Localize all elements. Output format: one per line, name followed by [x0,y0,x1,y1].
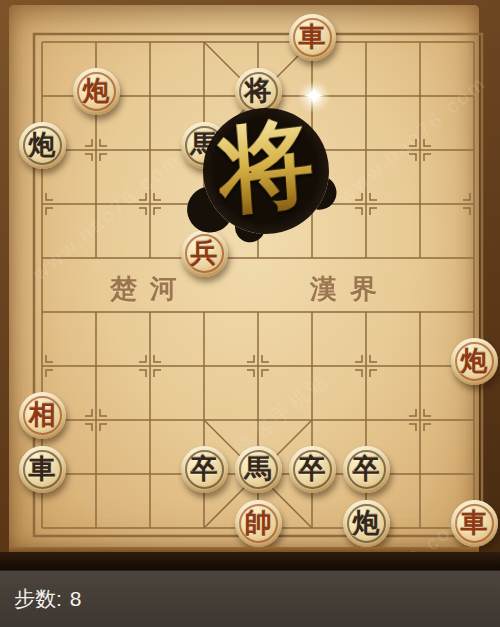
piece-炮-black[interactable]: 炮 [343,500,390,547]
piece-卒-black[interactable]: 卒 [289,446,336,493]
piece-glyph: 馬 [191,132,218,159]
piece-帥-red[interactable]: 帥 [235,500,282,547]
piece-馬-black[interactable]: 馬 [235,446,282,493]
piece-glyph: 炮 [29,132,56,159]
piece-glyph: 馬 [245,456,272,483]
piece-将-black[interactable]: 将 [235,68,282,115]
piece-炮-red[interactable]: 炮 [73,68,120,115]
piece-車-red[interactable]: 車 [451,500,498,547]
move-counter-label: 步数: [14,585,62,613]
status-bar: 步数: 8 [0,570,500,627]
piece-glyph: 炮 [83,78,110,105]
move-counter-value: 8 [70,587,82,611]
board-frame: 楚河 漢界 車炮将炮馬兵炮相車卒馬卒卒帥炮車 将 ✦ www.hao76.com… [0,0,500,570]
piece-馬-black[interactable]: 馬 [181,122,228,169]
xiangqi-app: 楚河 漢界 車炮将炮馬兵炮相車卒馬卒卒帥炮車 将 ✦ www.hao76.com… [0,0,500,627]
piece-炮-black[interactable]: 炮 [19,122,66,169]
piece-glyph: 炮 [353,510,380,537]
board-surface[interactable]: 楚河 漢界 車炮将炮馬兵炮相車卒馬卒卒帥炮車 将 ✦ [9,5,479,553]
piece-車-black[interactable]: 車 [19,446,66,493]
piece-glyph: 卒 [191,456,218,483]
board-bevel [9,547,479,559]
piece-兵-red[interactable]: 兵 [181,230,228,277]
piece-卒-black[interactable]: 卒 [343,446,390,493]
piece-glyph: 卒 [353,456,380,483]
piece-glyph: 車 [461,510,488,537]
piece-glyph: 炮 [461,348,488,375]
piece-車-red[interactable]: 車 [289,14,336,61]
river-label-chuhe: 楚河 [110,271,190,307]
piece-炮-red[interactable]: 炮 [451,338,498,385]
river-label-hanjie: 漢界 [310,271,390,307]
piece-glyph: 兵 [191,240,218,267]
piece-卒-black[interactable]: 卒 [181,446,228,493]
piece-glyph: 帥 [245,510,272,537]
piece-相-red[interactable]: 相 [19,392,66,439]
piece-glyph: 相 [29,402,56,429]
piece-glyph: 将 [245,78,272,105]
piece-glyph: 車 [29,456,56,483]
piece-glyph: 車 [299,24,326,51]
piece-glyph: 卒 [299,456,326,483]
